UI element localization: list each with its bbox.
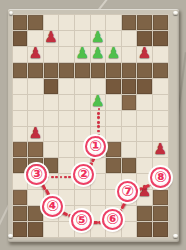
puzzle-screenshot: ♟♟♟♟♟♟♟♟♟♟♟ ①②③④⑤⑥⑦⑧ <box>0 0 186 250</box>
wall-cell <box>28 206 43 221</box>
wall-cell <box>106 142 121 157</box>
floor-cell <box>44 111 59 126</box>
wall-cell <box>28 15 43 30</box>
floor-cell <box>137 127 152 142</box>
wall-cell <box>28 63 43 78</box>
wall-cell <box>137 15 152 30</box>
wall-cell <box>137 63 152 78</box>
wall-cell <box>13 158 28 173</box>
floor-cell <box>44 95 59 110</box>
floor-cell <box>122 206 137 221</box>
wall-cell <box>153 190 168 205</box>
floor-cell <box>122 222 137 237</box>
floor-cell <box>44 222 59 237</box>
floor-cell <box>59 158 74 173</box>
wall-cell <box>44 79 59 94</box>
floor-cell <box>28 95 43 110</box>
floor-cell <box>106 127 121 142</box>
floor-cell: ♟ <box>28 127 43 142</box>
floor-cell: ♟ <box>91 47 106 62</box>
floor-cell: ♟ <box>91 95 106 110</box>
floor-cell <box>137 158 152 173</box>
floor-cell <box>91 111 106 126</box>
floor-cell <box>13 111 28 126</box>
waypoint-5[interactable]: ⑤ <box>71 210 92 231</box>
floor-cell <box>59 95 74 110</box>
wall-cell <box>153 206 168 221</box>
floor-cell <box>75 190 90 205</box>
wall-cell <box>122 95 137 110</box>
board-grid: ♟♟♟♟♟♟♟♟♟♟♟ <box>12 14 169 238</box>
wall-cell <box>75 63 90 78</box>
floor-cell <box>153 111 168 126</box>
wall-cell <box>153 63 168 78</box>
floor-cell <box>153 95 168 110</box>
red-figure[interactable]: ♟ <box>138 183 151 197</box>
wall-cell <box>106 79 121 94</box>
floor-cell <box>75 111 90 126</box>
floor-cell <box>59 31 74 46</box>
red-figure[interactable]: ♟ <box>44 30 57 44</box>
green-figure[interactable]: ♟ <box>91 94 104 108</box>
floor-cell: ♟ <box>137 190 152 205</box>
wall-cell <box>59 63 74 78</box>
floor-cell <box>44 127 59 142</box>
floor-cell <box>59 127 74 142</box>
corner-pin-icon <box>173 11 178 16</box>
floor-cell <box>75 79 90 94</box>
wall-cell <box>153 15 168 30</box>
red-figure[interactable]: ♟ <box>138 46 151 60</box>
wall-cell <box>28 222 43 237</box>
floor-cell <box>122 47 137 62</box>
floor-cell <box>13 174 28 189</box>
floor-cell <box>106 95 121 110</box>
floor-cell <box>13 47 28 62</box>
wall-cell <box>122 15 137 30</box>
corner-pin-icon <box>8 234 13 239</box>
floor-cell <box>44 47 59 62</box>
waypoint-7[interactable]: ⑦ <box>117 181 138 202</box>
wall-cell <box>106 158 121 173</box>
floor-cell <box>122 127 137 142</box>
floor-cell <box>28 190 43 205</box>
floor-cell <box>137 142 152 157</box>
floor-cell <box>59 111 74 126</box>
floor-cell <box>44 142 59 157</box>
wall-cell <box>13 142 28 157</box>
wall-cell <box>13 206 28 221</box>
green-figure[interactable]: ♟ <box>75 46 88 60</box>
floor-cell: ♟ <box>153 142 168 157</box>
wall-cell <box>44 63 59 78</box>
wall-cell <box>13 190 28 205</box>
floor-cell <box>122 111 137 126</box>
wall-cell <box>137 222 152 237</box>
floor-cell: ♟ <box>106 47 121 62</box>
floor-cell <box>137 111 152 126</box>
floor-cell <box>122 142 137 157</box>
wall-cell <box>13 63 28 78</box>
wall-cell <box>137 79 152 94</box>
waypoint-6[interactable]: ⑥ <box>102 209 123 230</box>
wall-cell <box>91 63 106 78</box>
floor-cell <box>59 142 74 157</box>
wall-cell <box>13 222 28 237</box>
waypoint-1[interactable]: ① <box>85 136 106 157</box>
corner-pin-icon <box>173 234 178 239</box>
floor-cell <box>75 95 90 110</box>
floor-cell <box>91 190 106 205</box>
wall-cell <box>13 15 28 30</box>
floor-cell: ♟ <box>137 47 152 62</box>
floor-cell <box>13 79 28 94</box>
floor-cell <box>153 47 168 62</box>
floor-cell <box>106 111 121 126</box>
floor-cell <box>106 15 121 30</box>
green-figure[interactable]: ♟ <box>91 46 104 60</box>
waypoint-3[interactable]: ③ <box>26 164 47 185</box>
red-figure[interactable]: ♟ <box>29 125 42 139</box>
wall-cell <box>28 142 43 157</box>
wall-cell <box>122 63 137 78</box>
red-figure[interactable]: ♟ <box>29 46 42 60</box>
wall-cell <box>137 206 152 221</box>
puzzle-board-frame: ♟♟♟♟♟♟♟♟♟♟♟ <box>8 9 179 242</box>
wall-cell <box>122 158 137 173</box>
wall-cell <box>153 31 168 46</box>
floor-cell <box>59 174 74 189</box>
green-figure[interactable]: ♟ <box>107 46 120 60</box>
floor-cell <box>137 95 152 110</box>
floor-cell: ♟ <box>75 47 90 62</box>
floor-cell <box>75 15 90 30</box>
floor-cell <box>122 31 137 46</box>
wall-cell <box>106 63 121 78</box>
waypoint-4[interactable]: ④ <box>42 196 63 217</box>
floor-cell <box>28 79 43 94</box>
waypoint-8[interactable]: ⑧ <box>150 167 171 188</box>
wall-cell <box>13 31 28 46</box>
floor-cell: ♟ <box>44 31 59 46</box>
floor-cell <box>59 79 74 94</box>
floor-cell <box>13 127 28 142</box>
floor-cell <box>153 79 168 94</box>
floor-cell <box>13 95 28 110</box>
wall-cell <box>122 79 137 94</box>
wall-cell <box>153 222 168 237</box>
red-figure[interactable]: ♟ <box>153 141 166 155</box>
waypoint-2[interactable]: ② <box>73 164 94 185</box>
floor-cell: ♟ <box>28 47 43 62</box>
green-figure[interactable]: ♟ <box>91 30 104 44</box>
floor-cell <box>59 15 74 30</box>
floor-cell <box>59 47 74 62</box>
